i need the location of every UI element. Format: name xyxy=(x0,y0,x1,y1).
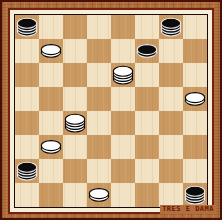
square-r6c4[interactable] xyxy=(111,159,135,183)
square-r3c4 xyxy=(111,87,135,111)
square-r6c3 xyxy=(87,159,111,183)
white-man-icon xyxy=(39,135,63,159)
square-r0c3 xyxy=(87,15,111,39)
square-r3c6 xyxy=(159,87,183,111)
square-r1c1[interactable] xyxy=(39,39,63,63)
square-r6c7 xyxy=(183,159,207,183)
square-r7c1[interactable] xyxy=(39,183,63,207)
square-r5c5[interactable] xyxy=(135,135,159,159)
square-r7c5[interactable] xyxy=(135,183,159,207)
square-r6c0[interactable] xyxy=(15,159,39,183)
square-r5c4 xyxy=(111,135,135,159)
square-r6c1 xyxy=(39,159,63,183)
piece-white-man[interactable] xyxy=(87,183,111,207)
square-r5c2 xyxy=(63,135,87,159)
square-r1c2 xyxy=(63,39,87,63)
square-r7c4 xyxy=(111,183,135,207)
square-r4c6[interactable] xyxy=(159,111,183,135)
square-r6c5 xyxy=(135,159,159,183)
square-r6c6[interactable] xyxy=(159,159,183,183)
black-king-icon xyxy=(15,159,39,183)
piece-white-man[interactable] xyxy=(39,135,63,159)
piece-white-man[interactable] xyxy=(183,87,207,111)
square-r2c0[interactable] xyxy=(15,63,39,87)
piece-black-king[interactable] xyxy=(183,183,207,207)
square-r0c4[interactable] xyxy=(111,15,135,39)
square-r3c2 xyxy=(63,87,87,111)
square-r2c7 xyxy=(183,63,207,87)
square-r5c0 xyxy=(15,135,39,159)
square-r4c1 xyxy=(39,111,63,135)
square-r2c2[interactable] xyxy=(63,63,87,87)
square-r4c4[interactable] xyxy=(111,111,135,135)
square-r1c5[interactable] xyxy=(135,39,159,63)
square-r3c5[interactable] xyxy=(135,87,159,111)
black-king-icon xyxy=(183,183,207,207)
white-man-icon xyxy=(183,87,207,111)
piece-black-king[interactable] xyxy=(15,15,39,39)
white-man-icon xyxy=(87,183,111,207)
square-r0c1 xyxy=(39,15,63,39)
square-r0c5 xyxy=(135,15,159,39)
square-r5c1[interactable] xyxy=(39,135,63,159)
square-r2c3 xyxy=(87,63,111,87)
square-r0c6[interactable] xyxy=(159,15,183,39)
square-r0c2[interactable] xyxy=(63,15,87,39)
white-man-icon xyxy=(39,39,63,63)
square-r4c2[interactable] xyxy=(63,111,87,135)
square-r6c2[interactable] xyxy=(63,159,87,183)
square-r2c5 xyxy=(135,63,159,87)
square-r3c0 xyxy=(15,87,39,111)
piece-black-king[interactable] xyxy=(15,159,39,183)
square-r5c6 xyxy=(159,135,183,159)
piece-white-man[interactable] xyxy=(39,39,63,63)
square-r5c3[interactable] xyxy=(87,135,111,159)
piece-white-king[interactable] xyxy=(63,111,87,135)
black-king-icon xyxy=(159,15,183,39)
square-r1c7[interactable] xyxy=(183,39,207,63)
square-r3c7[interactable] xyxy=(183,87,207,111)
square-r0c7 xyxy=(183,15,207,39)
white-king-icon xyxy=(111,63,135,87)
piece-white-king[interactable] xyxy=(111,63,135,87)
square-r4c0[interactable] xyxy=(15,111,39,135)
piece-black-man[interactable] xyxy=(135,39,159,63)
square-r3c3[interactable] xyxy=(87,87,111,111)
square-r5c7[interactable] xyxy=(183,135,207,159)
square-r7c6 xyxy=(159,183,183,207)
square-r2c1 xyxy=(39,63,63,87)
app-brand-label: TRES E DAMA xyxy=(160,205,216,214)
checkers-board xyxy=(15,15,207,207)
square-r4c7 xyxy=(183,111,207,135)
square-r7c7[interactable] xyxy=(183,183,207,207)
square-r1c6 xyxy=(159,39,183,63)
square-r7c3[interactable] xyxy=(87,183,111,207)
square-r1c3[interactable] xyxy=(87,39,111,63)
square-r0c0[interactable] xyxy=(15,15,39,39)
square-r4c5 xyxy=(135,111,159,135)
piece-black-king[interactable] xyxy=(159,15,183,39)
square-r1c0 xyxy=(15,39,39,63)
checkers-app-window: TRES E DAMA xyxy=(0,0,222,220)
black-man-icon xyxy=(135,39,159,63)
square-r1c4 xyxy=(111,39,135,63)
square-r7c0 xyxy=(15,183,39,207)
square-r2c4[interactable] xyxy=(111,63,135,87)
square-r4c3 xyxy=(87,111,111,135)
black-king-icon xyxy=(15,15,39,39)
square-r3c1[interactable] xyxy=(39,87,63,111)
square-r2c6[interactable] xyxy=(159,63,183,87)
white-king-icon xyxy=(63,111,87,135)
square-r7c2 xyxy=(63,183,87,207)
